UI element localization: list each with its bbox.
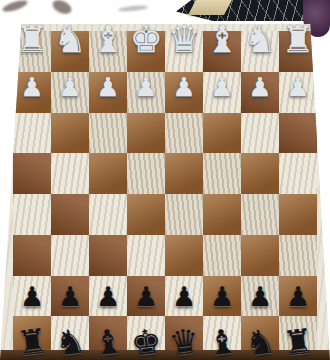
square-e7[interactable]: ♟ [127, 276, 165, 317]
square-b6[interactable] [241, 235, 279, 276]
square-d6[interactable] [165, 235, 203, 276]
square-g7[interactable]: ♟ [51, 276, 89, 317]
square-h1[interactable]: ♜ [13, 31, 51, 72]
square-e4[interactable] [127, 153, 165, 194]
piece-white-pawn-e2: ♟ [134, 74, 157, 100]
square-f3[interactable] [89, 113, 127, 154]
square-g1[interactable]: ♞ [51, 31, 89, 72]
board-front-edge [0, 350, 330, 360]
square-h6[interactable] [13, 235, 51, 276]
piece-black-pawn-h7: ♟ [20, 283, 44, 310]
piece-white-rook-h1: ♜ [15, 21, 48, 58]
square-b4[interactable] [241, 153, 279, 194]
piece-white-pawn-a2: ♟ [286, 74, 309, 100]
square-h3[interactable] [13, 113, 51, 154]
square-d2[interactable]: ♟ [165, 72, 203, 113]
piece-black-pawn-e7: ♟ [134, 283, 158, 310]
square-d5[interactable] [165, 194, 203, 235]
chess-board: ♜♞♝♚♛♝♞♜♟♟♟♟♟♟♟♟♟♟♟♟♟♟♟♟♜♞♝♚♛♝♞♜ [0, 24, 330, 360]
square-f7[interactable]: ♟ [89, 276, 127, 317]
wood-grain-mark [50, 0, 73, 17]
piece-white-pawn-b2: ♟ [248, 74, 271, 100]
wood-grain-mark [118, 4, 148, 12]
piece-white-pawn-c2: ♟ [210, 74, 233, 100]
square-e3[interactable] [127, 113, 165, 154]
square-g4[interactable] [51, 153, 89, 194]
piece-black-pawn-f7: ♟ [96, 283, 120, 310]
square-b1[interactable]: ♞ [241, 31, 279, 72]
square-g6[interactable] [51, 235, 89, 276]
square-g2[interactable]: ♟ [51, 72, 89, 113]
square-b2[interactable]: ♟ [241, 72, 279, 113]
square-g5[interactable] [51, 194, 89, 235]
square-h2[interactable]: ♟ [13, 72, 51, 113]
square-a5[interactable] [279, 194, 317, 235]
piece-white-rook-a1: ♜ [281, 21, 314, 58]
square-c4[interactable] [203, 153, 241, 194]
square-d1[interactable]: ♛ [165, 31, 203, 72]
piece-white-pawn-d2: ♟ [172, 74, 195, 100]
piece-black-pawn-c7: ♟ [210, 283, 234, 310]
square-h5[interactable] [13, 194, 51, 235]
square-h7[interactable]: ♟ [13, 276, 51, 317]
wood-grain-mark [1, 0, 28, 14]
square-a7[interactable]: ♟ [279, 276, 317, 317]
square-b7[interactable]: ♟ [241, 276, 279, 317]
square-e1[interactable]: ♚ [127, 31, 165, 72]
square-c6[interactable] [203, 235, 241, 276]
square-c7[interactable]: ♟ [203, 276, 241, 317]
square-c2[interactable]: ♟ [203, 72, 241, 113]
square-e2[interactable]: ♟ [127, 72, 165, 113]
piece-white-bishop-f1: ♝ [91, 21, 124, 58]
square-f4[interactable] [89, 153, 127, 194]
square-e5[interactable] [127, 194, 165, 235]
square-h4[interactable] [13, 153, 51, 194]
square-a3[interactable] [279, 113, 317, 154]
piece-white-pawn-g2: ♟ [58, 74, 81, 100]
piece-white-pawn-f2: ♟ [96, 74, 119, 100]
square-d4[interactable] [165, 153, 203, 194]
square-c1[interactable]: ♝ [203, 31, 241, 72]
square-d7[interactable]: ♟ [165, 276, 203, 317]
square-f2[interactable]: ♟ [89, 72, 127, 113]
square-e6[interactable] [127, 235, 165, 276]
piece-white-knight-b1: ♞ [243, 21, 276, 58]
piece-white-queen-d1: ♛ [167, 21, 200, 58]
square-a6[interactable] [279, 235, 317, 276]
square-a2[interactable]: ♟ [279, 72, 317, 113]
square-g3[interactable] [51, 113, 89, 154]
square-f5[interactable] [89, 194, 127, 235]
square-b3[interactable] [241, 113, 279, 154]
photo-frame: ♜♞♝♚♛♝♞♜♟♟♟♟♟♟♟♟♟♟♟♟♟♟♟♟♜♞♝♚♛♝♞♜ [0, 0, 330, 360]
square-f6[interactable] [89, 235, 127, 276]
square-a1[interactable]: ♜ [279, 31, 317, 72]
piece-black-pawn-g7: ♟ [58, 283, 82, 310]
piece-white-knight-g1: ♞ [53, 21, 86, 58]
square-f1[interactable]: ♝ [89, 31, 127, 72]
square-c3[interactable] [203, 113, 241, 154]
square-b5[interactable] [241, 194, 279, 235]
square-a4[interactable] [279, 153, 317, 194]
piece-black-pawn-d7: ♟ [172, 283, 196, 310]
square-c5[interactable] [203, 194, 241, 235]
piece-white-pawn-h2: ♟ [20, 74, 43, 100]
piece-white-king-e1: ♚ [129, 21, 162, 58]
piece-black-pawn-b7: ♟ [248, 283, 272, 310]
piece-white-bishop-c1: ♝ [205, 21, 238, 58]
piece-black-pawn-a7: ♟ [286, 283, 310, 310]
board-grid: ♜♞♝♚♛♝♞♜♟♟♟♟♟♟♟♟♟♟♟♟♟♟♟♟♜♞♝♚♛♝♞♜ [13, 31, 317, 357]
square-d3[interactable] [165, 113, 203, 154]
